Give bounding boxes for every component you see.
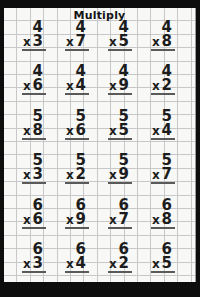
multiplier-row: x3 bbox=[22, 256, 46, 273]
multiply-sign: x bbox=[23, 257, 31, 271]
multiply-sign: x bbox=[109, 257, 117, 271]
multiplier: 5 bbox=[162, 256, 172, 270]
multiplier: 3 bbox=[33, 34, 43, 48]
graph-paper: Multiply 4 x3 4 x7 4 x5 4 x8 4 x6 bbox=[4, 8, 196, 282]
multiplier-row: x7 bbox=[65, 34, 89, 51]
multiplier: 5 bbox=[119, 123, 129, 137]
multiplier: 7 bbox=[119, 212, 129, 226]
multiplier: 9 bbox=[119, 167, 129, 181]
multiplier-row: x8 bbox=[151, 34, 175, 51]
multiplier: 9 bbox=[119, 78, 129, 92]
multiplication-problem: 6 x2 bbox=[108, 242, 132, 272]
multiplier: 4 bbox=[76, 78, 86, 92]
multiplication-problem: 4 x6 bbox=[22, 64, 46, 94]
multiplier-row: x3 bbox=[22, 167, 46, 184]
multiplication-problem: 6 x6 bbox=[22, 198, 46, 228]
multiply-sign: x bbox=[152, 124, 160, 138]
multiplication-problem: 6 x4 bbox=[65, 242, 89, 272]
multiplier: 6 bbox=[76, 123, 86, 137]
multiplier-row: x2 bbox=[151, 78, 175, 95]
multiplier: 8 bbox=[162, 34, 172, 48]
multiply-sign: x bbox=[152, 257, 160, 271]
multiply-sign: x bbox=[109, 124, 117, 138]
multiply-sign: x bbox=[152, 35, 160, 49]
multiplication-problem: 4 x4 bbox=[65, 64, 89, 94]
multiplication-problem: 4 x9 bbox=[108, 64, 132, 94]
multiply-sign: x bbox=[23, 35, 31, 49]
multiplier-row: x7 bbox=[151, 167, 175, 184]
multiplication-problem: 6 x5 bbox=[151, 242, 175, 272]
multiplication-problem: 5 x3 bbox=[22, 153, 46, 183]
multiplier: 5 bbox=[119, 34, 129, 48]
multiply-sign: x bbox=[109, 79, 117, 93]
multiplier: 6 bbox=[33, 78, 43, 92]
multiply-sign: x bbox=[66, 35, 74, 49]
multiplication-problem: 6 x8 bbox=[151, 198, 175, 228]
multiplication-problem: 5 x8 bbox=[22, 109, 46, 139]
multiply-sign: x bbox=[23, 168, 31, 182]
multiplier: 8 bbox=[33, 123, 43, 137]
multiplier: 2 bbox=[162, 78, 172, 92]
multiplier-row: x2 bbox=[108, 256, 132, 273]
multiplier-row: x5 bbox=[108, 123, 132, 140]
multiplier: 3 bbox=[33, 256, 43, 270]
multiplier: 9 bbox=[76, 212, 86, 226]
multiplier-row: x9 bbox=[108, 78, 132, 95]
multiplier-row: x4 bbox=[151, 123, 175, 140]
multiplier: 6 bbox=[33, 212, 43, 226]
multiply-sign: x bbox=[23, 79, 31, 93]
multiply-sign: x bbox=[66, 79, 74, 93]
multiply-sign: x bbox=[152, 213, 160, 227]
multiplication-problem: 6 x9 bbox=[65, 198, 89, 228]
worksheet-page: Multiply 4 x3 4 x7 4 x5 4 x8 4 x6 bbox=[0, 0, 200, 297]
multiply-sign: x bbox=[152, 79, 160, 93]
multiplication-problem: 5 x2 bbox=[65, 153, 89, 183]
multiplication-problem: 4 x5 bbox=[108, 20, 132, 50]
multiplication-problem: 4 x2 bbox=[151, 64, 175, 94]
multiplication-problem: 6 x7 bbox=[108, 198, 132, 228]
multiplication-problem: 5 x4 bbox=[151, 109, 175, 139]
multiplier-row: x6 bbox=[65, 123, 89, 140]
multiplier-row: x6 bbox=[22, 212, 46, 229]
multiply-sign: x bbox=[23, 124, 31, 138]
multiplier-row: x3 bbox=[22, 34, 46, 51]
multiplier: 4 bbox=[76, 256, 86, 270]
multiplier: 7 bbox=[162, 167, 172, 181]
multiplier: 2 bbox=[119, 256, 129, 270]
multiply-sign: x bbox=[66, 124, 74, 138]
multiplier-row: x9 bbox=[65, 212, 89, 229]
multiplier: 4 bbox=[162, 123, 172, 137]
multiplication-problem: 4 x7 bbox=[65, 20, 89, 50]
multiplier-row: x5 bbox=[108, 34, 132, 51]
problem-grid: 4 x3 4 x7 4 x5 4 x8 4 x6 4 x4 bbox=[22, 20, 175, 272]
multiplier-row: x4 bbox=[65, 78, 89, 95]
multiplier-row: x5 bbox=[151, 256, 175, 273]
multiply-sign: x bbox=[66, 257, 74, 271]
multiply-sign: x bbox=[152, 168, 160, 182]
multiply-sign: x bbox=[109, 35, 117, 49]
multiplier-row: x9 bbox=[108, 167, 132, 184]
multiplication-problem: 5 x5 bbox=[108, 109, 132, 139]
multiplication-problem: 6 x3 bbox=[22, 242, 46, 272]
multiplier-row: x4 bbox=[65, 256, 89, 273]
multiply-sign: x bbox=[23, 213, 31, 227]
multiply-sign: x bbox=[66, 168, 74, 182]
multiplication-problem: 4 x8 bbox=[151, 20, 175, 50]
multiplier: 8 bbox=[162, 212, 172, 226]
multiplier-row: x8 bbox=[22, 123, 46, 140]
multiplier-row: x2 bbox=[65, 167, 89, 184]
multiplier-row: x8 bbox=[151, 212, 175, 229]
multiplier: 2 bbox=[76, 167, 86, 181]
multiplication-problem: 5 x9 bbox=[108, 153, 132, 183]
multiply-sign: x bbox=[66, 213, 74, 227]
multiply-sign: x bbox=[109, 213, 117, 227]
multiplier: 7 bbox=[76, 34, 86, 48]
multiplication-problem: 5 x7 bbox=[151, 153, 175, 183]
multiplication-problem: 5 x6 bbox=[65, 109, 89, 139]
multiplier-row: x7 bbox=[108, 212, 132, 229]
multiplier: 3 bbox=[33, 167, 43, 181]
multiply-sign: x bbox=[109, 168, 117, 182]
multiplication-problem: 4 x3 bbox=[22, 20, 46, 50]
multiplier-row: x6 bbox=[22, 78, 46, 95]
